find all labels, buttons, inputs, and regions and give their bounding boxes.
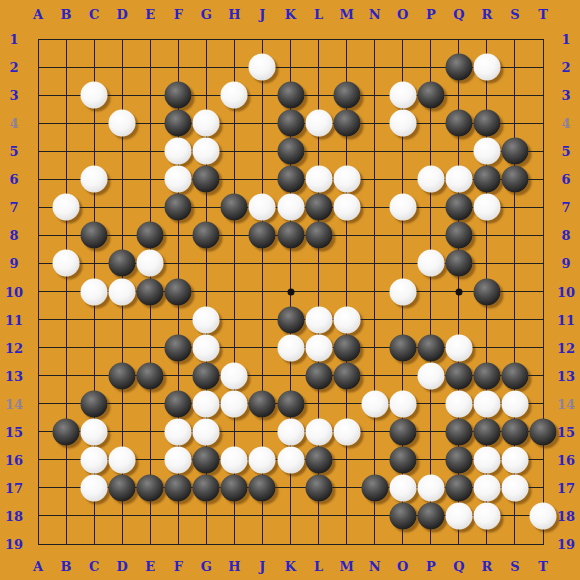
black-stone: [501, 418, 528, 445]
row-label: 4: [561, 117, 570, 130]
black-stone: [445, 418, 472, 445]
column-label: G: [201, 560, 212, 573]
row-label: 12: [5, 341, 23, 354]
black-stone: [417, 334, 444, 361]
black-stone: [389, 446, 416, 473]
black-stone: [193, 362, 220, 389]
star-point: [455, 288, 462, 295]
column-label: M: [339, 8, 353, 21]
column-label: B: [61, 8, 72, 21]
black-stone: [305, 222, 332, 249]
row-label: 17: [557, 481, 575, 494]
row-label: 7: [561, 201, 570, 214]
black-stone: [277, 138, 304, 165]
column-label: L: [314, 8, 323, 21]
white-stone: [165, 446, 192, 473]
black-stone: [333, 334, 360, 361]
row-label: 9: [9, 257, 18, 270]
row-label: 18: [557, 509, 575, 522]
white-stone: [501, 390, 528, 417]
black-stone: [81, 390, 108, 417]
column-label: G: [201, 8, 212, 21]
column-label: L: [314, 560, 323, 573]
black-stone: [137, 474, 164, 501]
white-stone: [109, 278, 136, 305]
black-stone: [417, 82, 444, 109]
black-stone: [277, 222, 304, 249]
white-stone: [81, 82, 108, 109]
row-label: 2: [9, 61, 18, 74]
column-label: N: [369, 8, 381, 21]
column-label: T: [538, 560, 548, 573]
black-stone: [445, 362, 472, 389]
black-stone: [305, 362, 332, 389]
column-label: S: [510, 560, 519, 573]
column-label: C: [89, 8, 99, 21]
row-label: 10: [557, 285, 575, 298]
black-stone: [445, 250, 472, 277]
black-stone: [137, 278, 164, 305]
white-stone: [417, 250, 444, 277]
black-stone: [137, 222, 164, 249]
column-label: K: [285, 560, 296, 573]
black-stone: [305, 194, 332, 221]
column-label: R: [481, 8, 492, 21]
column-label: S: [510, 8, 519, 21]
column-label: M: [339, 560, 353, 573]
column-label: F: [174, 8, 183, 21]
column-label: D: [117, 560, 128, 573]
column-label: O: [397, 560, 408, 573]
white-stone: [193, 418, 220, 445]
white-stone: [165, 166, 192, 193]
white-stone: [473, 54, 500, 81]
row-label: 16: [5, 453, 23, 466]
row-label: 15: [557, 425, 575, 438]
white-stone: [501, 446, 528, 473]
white-stone: [277, 446, 304, 473]
white-stone: [305, 418, 332, 445]
white-stone: [221, 362, 248, 389]
black-stone: [109, 474, 136, 501]
column-label: F: [174, 560, 183, 573]
row-label: 11: [557, 313, 575, 326]
row-label: 13: [557, 369, 575, 382]
row-label: 17: [5, 481, 23, 494]
black-stone: [473, 362, 500, 389]
white-stone: [81, 166, 108, 193]
white-stone: [417, 362, 444, 389]
row-label: 3: [9, 89, 18, 102]
column-label: H: [228, 8, 240, 21]
white-stone: [137, 250, 164, 277]
white-stone: [193, 334, 220, 361]
black-stone: [305, 474, 332, 501]
black-stone: [277, 390, 304, 417]
black-stone: [501, 362, 528, 389]
white-stone: [333, 306, 360, 333]
white-stone: [445, 166, 472, 193]
white-stone: [333, 418, 360, 445]
white-stone: [530, 502, 557, 529]
black-stone: [445, 194, 472, 221]
black-stone: [165, 82, 192, 109]
column-label: E: [145, 560, 155, 573]
black-stone: [501, 138, 528, 165]
white-stone: [501, 474, 528, 501]
white-stone: [165, 138, 192, 165]
column-label: T: [538, 8, 548, 21]
column-label: P: [426, 560, 436, 573]
white-stone: [305, 110, 332, 137]
white-stone: [361, 390, 388, 417]
black-stone: [53, 418, 80, 445]
white-stone: [473, 138, 500, 165]
black-stone: [389, 418, 416, 445]
white-stone: [53, 250, 80, 277]
white-stone: [193, 306, 220, 333]
row-label: 9: [561, 257, 570, 270]
black-stone: [81, 222, 108, 249]
white-stone: [389, 82, 416, 109]
row-label: 3: [561, 89, 570, 102]
white-stone: [445, 390, 472, 417]
grid-line: [38, 544, 544, 545]
black-stone: [473, 166, 500, 193]
row-label: 16: [557, 453, 575, 466]
column-label: J: [259, 8, 265, 21]
white-stone: [81, 278, 108, 305]
row-label: 12: [557, 341, 575, 354]
white-stone: [193, 390, 220, 417]
white-stone: [165, 418, 192, 445]
column-label: Q: [453, 8, 464, 21]
white-stone: [389, 110, 416, 137]
black-stone: [193, 222, 220, 249]
row-label: 19: [5, 538, 23, 551]
black-stone: [221, 194, 248, 221]
white-stone: [333, 194, 360, 221]
black-stone: [473, 418, 500, 445]
white-stone: [277, 418, 304, 445]
black-stone: [361, 474, 388, 501]
row-label: 8: [9, 229, 18, 242]
black-stone: [193, 446, 220, 473]
black-stone: [277, 110, 304, 137]
row-label: 2: [561, 61, 570, 74]
white-stone: [81, 446, 108, 473]
column-label: E: [145, 8, 155, 21]
white-stone: [389, 278, 416, 305]
row-label: 19: [557, 538, 575, 551]
black-stone: [445, 222, 472, 249]
row-label: 5: [561, 145, 570, 158]
black-stone: [193, 474, 220, 501]
white-stone: [221, 82, 248, 109]
row-label: 11: [5, 313, 23, 326]
white-stone: [473, 390, 500, 417]
white-stone: [221, 390, 248, 417]
white-stone: [221, 446, 248, 473]
black-stone: [530, 418, 557, 445]
black-stone: [445, 110, 472, 137]
row-label: 6: [561, 173, 570, 186]
black-stone: [221, 474, 248, 501]
black-stone: [165, 194, 192, 221]
white-stone: [81, 418, 108, 445]
row-label: 1: [561, 33, 570, 46]
column-label: B: [61, 560, 72, 573]
white-stone: [473, 194, 500, 221]
black-stone: [389, 502, 416, 529]
white-stone: [53, 194, 80, 221]
column-label: K: [285, 8, 296, 21]
black-stone: [473, 278, 500, 305]
row-label: 15: [5, 425, 23, 438]
row-label: 5: [9, 145, 18, 158]
black-stone: [165, 334, 192, 361]
white-stone: [473, 446, 500, 473]
white-stone: [333, 166, 360, 193]
grid-line: [543, 39, 544, 545]
row-label: 8: [561, 229, 570, 242]
black-stone: [137, 362, 164, 389]
column-label: D: [117, 8, 128, 21]
go-board[interactable]: AABBCCDDEEFFGGHHJJKKLLMMNNOOPPQQRRSSTT11…: [0, 0, 580, 580]
black-stone: [165, 390, 192, 417]
column-label: R: [481, 560, 492, 573]
row-label: 14: [5, 397, 23, 410]
column-label: P: [426, 8, 436, 21]
white-stone: [389, 194, 416, 221]
black-stone: [193, 166, 220, 193]
black-stone: [333, 110, 360, 137]
star-point: [287, 288, 294, 295]
white-stone: [277, 334, 304, 361]
column-label: J: [259, 560, 265, 573]
white-stone: [81, 474, 108, 501]
row-label: 10: [5, 285, 23, 298]
row-label: 6: [9, 173, 18, 186]
black-stone: [109, 362, 136, 389]
column-label: C: [89, 560, 99, 573]
white-stone: [249, 194, 276, 221]
row-label: 14: [557, 397, 575, 410]
white-stone: [193, 138, 220, 165]
row-label: 13: [5, 369, 23, 382]
black-stone: [165, 278, 192, 305]
column-label: A: [33, 8, 43, 21]
black-stone: [305, 446, 332, 473]
white-stone: [249, 446, 276, 473]
white-stone: [389, 474, 416, 501]
white-stone: [193, 110, 220, 137]
white-stone: [473, 474, 500, 501]
black-stone: [445, 474, 472, 501]
black-stone: [333, 82, 360, 109]
black-stone: [277, 166, 304, 193]
white-stone: [305, 166, 332, 193]
row-label: 1: [9, 33, 18, 46]
white-stone: [445, 502, 472, 529]
black-stone: [165, 110, 192, 137]
black-stone: [249, 390, 276, 417]
column-label: Q: [453, 560, 464, 573]
white-stone: [305, 334, 332, 361]
column-label: H: [228, 560, 240, 573]
column-label: A: [33, 560, 43, 573]
black-stone: [277, 82, 304, 109]
black-stone: [249, 222, 276, 249]
white-stone: [389, 390, 416, 417]
column-label: O: [397, 8, 408, 21]
black-stone: [473, 110, 500, 137]
black-stone: [501, 166, 528, 193]
white-stone: [417, 166, 444, 193]
black-stone: [165, 474, 192, 501]
white-stone: [109, 110, 136, 137]
black-stone: [249, 474, 276, 501]
black-stone: [417, 502, 444, 529]
black-stone: [333, 362, 360, 389]
column-label: N: [369, 560, 381, 573]
black-stone: [389, 334, 416, 361]
black-stone: [109, 250, 136, 277]
grid-line: [374, 39, 375, 545]
white-stone: [277, 194, 304, 221]
white-stone: [445, 334, 472, 361]
white-stone: [305, 306, 332, 333]
white-stone: [417, 474, 444, 501]
white-stone: [249, 54, 276, 81]
row-label: 7: [9, 201, 18, 214]
black-stone: [445, 54, 472, 81]
white-stone: [473, 502, 500, 529]
black-stone: [277, 306, 304, 333]
row-label: 4: [9, 117, 18, 130]
black-stone: [445, 446, 472, 473]
row-label: 18: [5, 509, 23, 522]
grid-line: [430, 39, 431, 545]
white-stone: [109, 446, 136, 473]
